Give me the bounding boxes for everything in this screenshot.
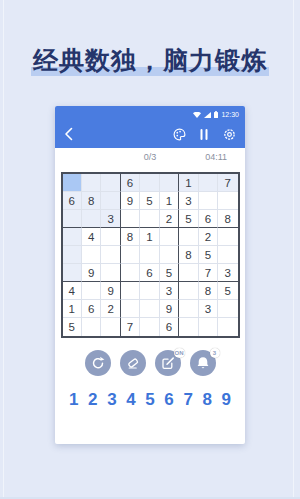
- cell-r9c4[interactable]: 7: [121, 318, 140, 336]
- cell-r9c7[interactable]: [179, 318, 198, 336]
- numpad-7[interactable]: 7: [183, 391, 192, 408]
- cell-r1c4[interactable]: 6: [121, 174, 140, 192]
- cell-r6c9[interactable]: 3: [218, 264, 237, 282]
- cell-r8c4[interactable]: [121, 300, 140, 318]
- hint-button[interactable]: 3: [190, 350, 216, 376]
- app-header: 12:30: [55, 106, 245, 148]
- status-time: 12:30: [221, 111, 239, 118]
- nav-bar: [55, 120, 245, 148]
- cell-r1c8[interactable]: [199, 174, 218, 192]
- cell-r6c2[interactable]: 9: [82, 264, 101, 282]
- hint-bell-icon: [196, 356, 210, 370]
- cell-r7c6[interactable]: 3: [160, 282, 179, 300]
- numpad-9[interactable]: 9: [222, 391, 231, 408]
- cell-r4c6[interactable]: [160, 228, 179, 246]
- cell-r8c5[interactable]: [140, 300, 159, 318]
- wifi-icon: [193, 112, 201, 118]
- cell-r4c5[interactable]: 1: [140, 228, 159, 246]
- cell-r7c1[interactable]: 4: [63, 282, 82, 300]
- cell-r4c2[interactable]: 4: [82, 228, 101, 246]
- cell-r6c6[interactable]: 5: [160, 264, 179, 282]
- cell-r7c4[interactable]: [121, 282, 140, 300]
- palette-icon[interactable]: [172, 127, 186, 141]
- cell-r3c5[interactable]: [140, 210, 159, 228]
- cell-r5c5[interactable]: [140, 246, 159, 264]
- cell-r8c1[interactable]: 1: [63, 300, 82, 318]
- cell-r6c5[interactable]: 6: [140, 264, 159, 282]
- numpad-1[interactable]: 1: [69, 391, 78, 408]
- numpad-4[interactable]: 4: [126, 391, 135, 408]
- cell-r3c7[interactable]: 5: [179, 210, 198, 228]
- timer: 04:11: [205, 152, 227, 162]
- promo-banner: 经典数独，脑力锻炼: [0, 44, 300, 80]
- cell-r4c8[interactable]: 2: [199, 228, 218, 246]
- cell-r1c6[interactable]: [160, 174, 179, 192]
- cell-r5c2[interactable]: [82, 246, 101, 264]
- cell-r8c8[interactable]: 3: [199, 300, 218, 318]
- cell-r6c7[interactable]: [179, 264, 198, 282]
- cell-r8c2[interactable]: 6: [82, 300, 101, 318]
- status-bar: 12:30: [55, 106, 245, 120]
- cell-r7c8[interactable]: 8: [199, 282, 218, 300]
- cell-r1c7[interactable]: 1: [179, 174, 198, 192]
- cell-r2c9[interactable]: [218, 192, 237, 210]
- cell-r6c3[interactable]: [101, 264, 120, 282]
- number-pad: 123456789: [55, 391, 245, 408]
- cell-r4c9[interactable]: [218, 228, 237, 246]
- cell-r5c3[interactable]: [101, 246, 120, 264]
- banner-title: 经典数独，脑力锻炼: [31, 44, 269, 80]
- cell-r3c2[interactable]: [82, 210, 101, 228]
- cell-r3c1[interactable]: [63, 210, 82, 228]
- eraser-icon: [126, 356, 140, 370]
- hint-badge: 3: [210, 348, 220, 358]
- cell-r3c8[interactable]: 6: [199, 210, 218, 228]
- cell-r9c8[interactable]: [199, 318, 218, 336]
- cell-r9c3[interactable]: [101, 318, 120, 336]
- cell-r5c4[interactable]: [121, 246, 140, 264]
- settings-gear-icon[interactable]: [222, 127, 236, 141]
- cell-r6c1[interactable]: [63, 264, 82, 282]
- game-info-row: 0/3 04:11: [55, 148, 245, 168]
- cell-r5c7[interactable]: 8: [179, 246, 198, 264]
- pause-icon[interactable]: [197, 127, 211, 141]
- cell-r7c2[interactable]: [82, 282, 101, 300]
- undo-icon: [91, 356, 105, 370]
- cell-r1c2[interactable]: [82, 174, 101, 192]
- notes-pencil-icon: [161, 356, 175, 370]
- phone-mockup: 12:30: [55, 106, 245, 444]
- cell-r3c4[interactable]: [121, 210, 140, 228]
- cell-r6c8[interactable]: 7: [199, 264, 218, 282]
- cell-r1c5[interactable]: [140, 174, 159, 192]
- eraser-button[interactable]: [120, 350, 146, 376]
- cell-r4c3[interactable]: [101, 228, 120, 246]
- sudoku-grid: 61768951332568481285965734938516293576: [61, 172, 240, 338]
- undo-button[interactable]: [85, 350, 111, 376]
- numpad-8[interactable]: 8: [202, 391, 211, 408]
- cell-r7c5[interactable]: [140, 282, 159, 300]
- cell-r7c9[interactable]: 5: [218, 282, 237, 300]
- signal-icon: [204, 112, 211, 118]
- cell-r3c6[interactable]: 2: [160, 210, 179, 228]
- cell-r5c8[interactable]: 5: [199, 246, 218, 264]
- cell-r9c1[interactable]: 5: [63, 318, 82, 336]
- cell-r5c1[interactable]: [63, 246, 82, 264]
- cell-r4c1[interactable]: [63, 228, 82, 246]
- cell-r2c1[interactable]: 6: [63, 192, 82, 210]
- cell-r1c3[interactable]: [101, 174, 120, 192]
- toolbar: ON 3: [55, 350, 245, 376]
- cell-r3c9[interactable]: 8: [218, 210, 237, 228]
- cell-r8c9[interactable]: [218, 300, 237, 318]
- numpad-2[interactable]: 2: [88, 391, 97, 408]
- cell-r2c5[interactable]: 5: [140, 192, 159, 210]
- cell-r2c3[interactable]: [101, 192, 120, 210]
- cell-r2c2[interactable]: 8: [82, 192, 101, 210]
- cell-r2c6[interactable]: 1: [160, 192, 179, 210]
- cell-r9c2[interactable]: [82, 318, 101, 336]
- cell-r5c9[interactable]: [218, 246, 237, 264]
- notes-badge: ON: [174, 348, 185, 358]
- cell-r7c3[interactable]: 9: [101, 282, 120, 300]
- cell-r2c8[interactable]: [199, 192, 218, 210]
- cell-r8c6[interactable]: 9: [160, 300, 179, 318]
- battery-icon: [214, 111, 218, 118]
- cell-r4c7[interactable]: [179, 228, 198, 246]
- cell-r9c9[interactable]: [218, 318, 237, 336]
- numpad-6[interactable]: 6: [164, 391, 173, 408]
- cell-r1c9[interactable]: 7: [218, 174, 237, 192]
- cell-r1c1[interactable]: [63, 174, 82, 192]
- notes-button[interactable]: ON: [155, 350, 181, 376]
- cell-r7c7[interactable]: [179, 282, 198, 300]
- cell-r9c6[interactable]: 6: [160, 318, 179, 336]
- back-icon[interactable]: [64, 126, 80, 142]
- numpad-5[interactable]: 5: [145, 391, 154, 408]
- cell-r4c4[interactable]: 8: [121, 228, 140, 246]
- cell-r8c7[interactable]: [179, 300, 198, 318]
- cell-r9c5[interactable]: [140, 318, 159, 336]
- numpad-3[interactable]: 3: [107, 391, 116, 408]
- cell-r3c3[interactable]: 3: [101, 210, 120, 228]
- cell-r6c4[interactable]: [121, 264, 140, 282]
- cell-r2c7[interactable]: 3: [179, 192, 198, 210]
- cell-r5c6[interactable]: [160, 246, 179, 264]
- cell-r8c3[interactable]: 2: [101, 300, 120, 318]
- cell-r2c4[interactable]: 9: [121, 192, 140, 210]
